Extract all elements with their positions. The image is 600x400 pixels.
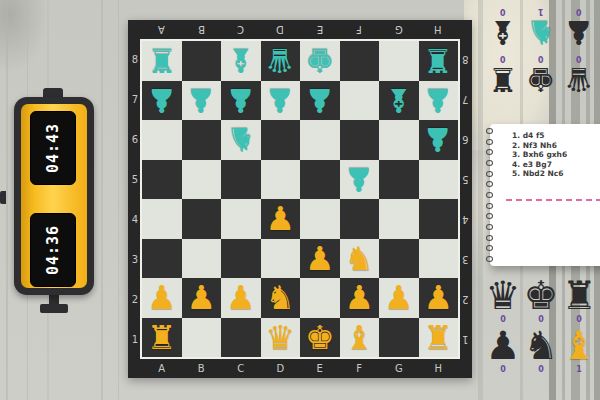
pawn-icon: ♟ — [486, 326, 521, 365]
square-g6[interactable] — [379, 120, 419, 160]
square-f3[interactable]: ♞ — [340, 239, 380, 279]
square-f6[interactable] — [340, 120, 380, 160]
square-c3[interactable] — [221, 239, 261, 279]
square-h5[interactable] — [419, 160, 459, 200]
spiral-ring — [486, 149, 493, 155]
coordinate-label: C — [221, 359, 261, 378]
spiral-ring — [486, 203, 493, 209]
clock-knob[interactable] — [0, 191, 6, 204]
clock-top-time: 04:43 — [44, 123, 62, 173]
bishop-icon: ♝ — [562, 326, 597, 365]
square-f1[interactable]: ♝ — [340, 318, 380, 358]
square-d1[interactable]: ♛ — [261, 318, 301, 358]
square-c4[interactable] — [221, 199, 261, 239]
file-labels-bottom: ABCDEFGH — [142, 359, 458, 378]
captured-white-pieces-tray: ♛0♚0♜0♟0♞0♝1 — [484, 276, 598, 376]
square-h2[interactable]: ♟ — [419, 278, 459, 318]
pawn-icon: ♟ — [564, 16, 594, 49]
move-entry: 3. Bxh6 gxh6 — [512, 150, 600, 160]
spiral-ring — [486, 245, 493, 251]
square-d6[interactable] — [261, 120, 301, 160]
clock-top-display[interactable]: 04:43 — [30, 111, 76, 185]
rook-icon: ♜ — [488, 63, 518, 96]
square-h7[interactable]: ♟ — [419, 81, 459, 121]
piece-white-h1: ♜ — [423, 321, 453, 354]
square-d8[interactable]: ♛ — [261, 41, 301, 81]
piece-white-c2: ♟ — [226, 281, 256, 314]
spiral-ring — [486, 171, 493, 177]
piece-black-a7: ♟ — [147, 84, 177, 117]
chess-board: ABCDEFGH ABCDEFGH 87654321 87654321 ♜♝♛♚… — [128, 20, 472, 378]
captured-rook: ♜0 — [560, 276, 598, 325]
piece-black-h7: ♟ — [423, 84, 453, 117]
captured-queen: ♛0 — [484, 276, 522, 325]
square-c8[interactable]: ♝ — [221, 41, 261, 81]
square-b1[interactable] — [182, 318, 222, 358]
piece-white-g2: ♟ — [384, 281, 414, 314]
square-h3[interactable] — [419, 239, 459, 279]
square-g1[interactable] — [379, 318, 419, 358]
piece-black-g7: ♝ — [384, 84, 414, 117]
piece-white-h2: ♟ — [423, 281, 453, 314]
square-g8[interactable] — [379, 41, 419, 81]
chess-clock[interactable]: 04:43 04:36 — [14, 97, 94, 295]
square-c2[interactable]: ♟ — [221, 278, 261, 318]
captured-count: 1 — [576, 365, 582, 375]
piece-black-c6: ♞ — [226, 123, 256, 156]
board-grid: ♜♝♛♚♜♟♟♟♟♟♝♟♞♟♟♟♟♞♟♟♟♞♟♟♟♜♛♚♝♜ — [140, 39, 460, 359]
coordinate-label: 8 — [459, 39, 471, 79]
square-d5[interactable] — [261, 160, 301, 200]
square-b8[interactable] — [182, 41, 222, 81]
square-g3[interactable] — [379, 239, 419, 279]
piece-black-d8: ♛ — [265, 44, 295, 77]
coordinate-label: 6 — [459, 119, 471, 159]
square-a7[interactable]: ♟ — [142, 81, 182, 121]
captured-king: 0♚ — [522, 53, 560, 96]
spiral-ring — [486, 192, 493, 198]
piece-black-e7: ♟ — [305, 84, 335, 117]
king-icon: ♚ — [526, 63, 556, 96]
piece-black-d7: ♟ — [265, 84, 295, 117]
coordinate-label: F — [340, 20, 380, 39]
piece-black-b7: ♟ — [186, 84, 216, 117]
bishop-icon: ♝ — [488, 16, 518, 49]
coordinate-label: 3 — [459, 239, 471, 279]
captured-knight: ♞0 — [522, 326, 560, 375]
coordinate-label: F — [340, 359, 380, 378]
square-f7[interactable] — [340, 81, 380, 121]
queen-icon: ♛ — [486, 276, 521, 315]
square-b3[interactable] — [182, 239, 222, 279]
king-icon: ♚ — [524, 276, 559, 315]
square-c6[interactable]: ♞ — [221, 120, 261, 160]
square-d7[interactable]: ♟ — [261, 81, 301, 121]
square-a8[interactable]: ♜ — [142, 41, 182, 81]
coordinate-label: 2 — [459, 279, 471, 319]
square-b2[interactable]: ♟ — [182, 278, 222, 318]
rank-labels-right: 87654321 — [459, 39, 471, 359]
knight-icon: ♞ — [524, 326, 559, 365]
square-d4[interactable]: ♟ — [261, 199, 301, 239]
square-e1[interactable]: ♚ — [300, 318, 340, 358]
coordinate-label: C — [221, 20, 261, 39]
captured-count: 0 — [500, 365, 506, 375]
spiral-ring — [486, 160, 493, 166]
spiral-ring — [486, 235, 493, 241]
knight-icon: ♞ — [526, 16, 556, 49]
notepad-spiral-binding — [486, 128, 493, 262]
square-e6[interactable] — [300, 120, 340, 160]
square-b7[interactable]: ♟ — [182, 81, 222, 121]
captured-king: ♚0 — [522, 276, 560, 325]
move-list: 1. d4 f52. Nf3 Nh63. Bxh6 gxh64. e3 Bg75… — [490, 124, 600, 179]
piece-white-e3: ♟ — [305, 242, 335, 275]
square-a4[interactable] — [142, 199, 182, 239]
coordinate-label: B — [182, 359, 222, 378]
square-h1[interactable]: ♜ — [419, 318, 459, 358]
file-labels-top: ABCDEFGH — [142, 20, 458, 39]
spiral-ring — [486, 128, 493, 134]
move-list-notepad: 1. d4 f52. Nf3 Nh63. Bxh6 gxh64. e3 Bg75… — [490, 124, 600, 266]
square-h4[interactable] — [419, 199, 459, 239]
wood-grain — [101, 0, 103, 400]
spiral-ring — [486, 213, 493, 219]
piece-white-f1: ♝ — [344, 321, 374, 354]
coordinate-label: G — [379, 359, 419, 378]
square-c1[interactable] — [221, 318, 261, 358]
piece-white-a2: ♟ — [147, 281, 177, 314]
piece-white-b2: ♟ — [186, 281, 216, 314]
captured-black-pieces-tray: 0♝1♞0♟0♜0♚0♛ — [484, 6, 598, 100]
piece-black-e8: ♚ — [305, 44, 335, 77]
clock-bottom-time: 04:36 — [44, 225, 62, 275]
square-e8[interactable]: ♚ — [300, 41, 340, 81]
captured-bishop: ♝1 — [560, 326, 598, 375]
square-e3[interactable]: ♟ — [300, 239, 340, 279]
square-d2[interactable]: ♞ — [261, 278, 301, 318]
move-entry: 5. Nbd2 Nc6 — [512, 169, 600, 179]
square-g2[interactable]: ♟ — [379, 278, 419, 318]
spiral-ring — [486, 256, 493, 262]
clock-bottom-display[interactable]: 04:36 — [30, 213, 76, 287]
coordinate-label: G — [379, 20, 419, 39]
notepad-dashed-line — [506, 199, 600, 201]
coordinate-label: A — [142, 359, 182, 378]
move-entry: 2. Nf3 Nh6 — [512, 141, 600, 151]
coordinate-label: B — [182, 20, 222, 39]
square-a6[interactable] — [142, 120, 182, 160]
spiral-ring — [486, 224, 493, 230]
coordinate-label: 4 — [459, 199, 471, 239]
square-h6[interactable]: ♟ — [419, 120, 459, 160]
square-g4[interactable] — [379, 199, 419, 239]
captured-queen: 0♛ — [560, 53, 598, 96]
move-entry: 4. e3 Bg7 — [512, 160, 600, 170]
coordinate-label: H — [419, 359, 459, 378]
coordinate-label: E — [300, 359, 340, 378]
square-b6[interactable] — [182, 120, 222, 160]
captured-bishop: 0♝ — [484, 6, 522, 49]
piece-white-a1: ♜ — [147, 321, 177, 354]
captured-knight: 1♞ — [522, 6, 560, 49]
piece-white-f3: ♞ — [344, 242, 374, 275]
square-f2[interactable]: ♟ — [340, 278, 380, 318]
piece-black-c7: ♟ — [226, 84, 256, 117]
wood-grain — [118, 0, 119, 400]
square-g7[interactable]: ♝ — [379, 81, 419, 121]
queen-icon: ♛ — [564, 63, 594, 96]
coordinate-label: H — [419, 20, 459, 39]
square-a1[interactable]: ♜ — [142, 318, 182, 358]
square-b4[interactable] — [182, 199, 222, 239]
coordinate-label: 7 — [459, 79, 471, 119]
square-e7[interactable]: ♟ — [300, 81, 340, 121]
piece-white-d4: ♟ — [265, 202, 295, 235]
coordinate-label: D — [261, 20, 301, 39]
chess-app: 04:43 04:36 ABCDEFGH ABCDEFGH 87654321 8… — [0, 0, 600, 400]
square-d3[interactable] — [261, 239, 301, 279]
coordinate-label: A — [142, 20, 182, 39]
square-c5[interactable] — [221, 160, 261, 200]
square-e5[interactable] — [300, 160, 340, 200]
move-entry: 1. d4 f5 — [512, 131, 600, 141]
coordinate-label: D — [261, 359, 301, 378]
wood-shade — [0, 0, 46, 70]
square-f4[interactable] — [340, 199, 380, 239]
rook-icon: ♜ — [562, 276, 597, 315]
coordinate-label: 5 — [459, 159, 471, 199]
captured-rook: 0♜ — [484, 53, 522, 96]
clock-stand-base — [40, 304, 68, 313]
captured-pawn: 0♟ — [560, 6, 598, 49]
piece-white-e1: ♚ — [305, 321, 335, 354]
spiral-ring — [486, 139, 493, 145]
square-h8[interactable]: ♜ — [419, 41, 459, 81]
coordinate-label: 1 — [459, 319, 471, 359]
square-a2[interactable]: ♟ — [142, 278, 182, 318]
square-a5[interactable] — [142, 160, 182, 200]
square-a3[interactable] — [142, 239, 182, 279]
spiral-ring — [486, 181, 493, 187]
piece-white-d1: ♛ — [265, 321, 295, 354]
square-b5[interactable] — [182, 160, 222, 200]
captured-pawn: ♟0 — [484, 326, 522, 375]
piece-black-c8: ♝ — [226, 44, 256, 77]
coordinate-label: E — [300, 20, 340, 39]
square-c7[interactable]: ♟ — [221, 81, 261, 121]
square-g5[interactable] — [379, 160, 419, 200]
square-f8[interactable] — [340, 41, 380, 81]
square-f5[interactable]: ♟ — [340, 160, 380, 200]
square-e2[interactable] — [300, 278, 340, 318]
piece-white-d2: ♞ — [265, 281, 295, 314]
piece-black-h8: ♜ — [423, 44, 453, 77]
piece-white-f2: ♟ — [344, 281, 374, 314]
piece-black-h6: ♟ — [423, 123, 453, 156]
captured-count: 0 — [538, 365, 544, 375]
piece-black-a8: ♜ — [147, 44, 177, 77]
square-e4[interactable] — [300, 199, 340, 239]
piece-black-f5: ♟ — [344, 163, 374, 196]
